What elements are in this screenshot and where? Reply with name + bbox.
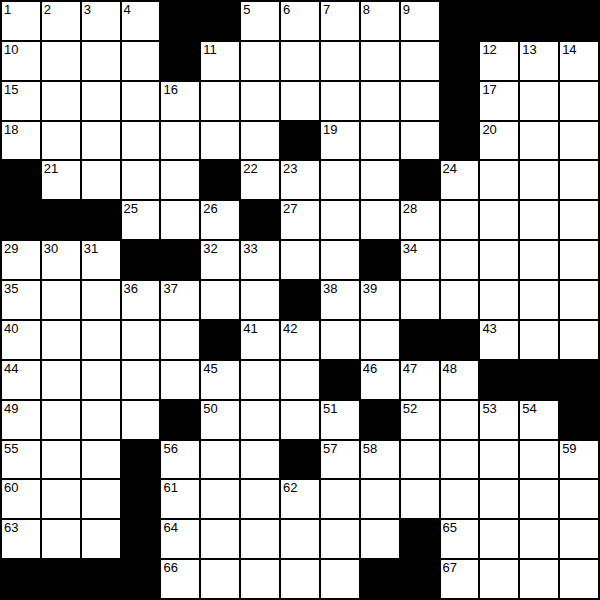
white-square[interactable]: 63 [2, 520, 40, 558]
white-square[interactable] [241, 281, 279, 319]
clue-number: 55 [4, 441, 18, 456]
white-square[interactable]: 67 [441, 560, 479, 598]
white-square[interactable]: 23 [281, 161, 319, 199]
black-square [281, 122, 319, 160]
clue-number: 30 [44, 241, 58, 256]
white-square[interactable] [441, 241, 479, 279]
white-square[interactable]: 8 [361, 2, 399, 40]
white-square[interactable]: 37 [161, 281, 199, 319]
white-square[interactable] [201, 520, 239, 558]
clue-number: 59 [562, 441, 576, 456]
white-square[interactable] [82, 42, 120, 80]
white-square[interactable] [560, 161, 598, 199]
clue-number: 43 [482, 321, 496, 336]
black-square [161, 241, 199, 279]
white-square[interactable]: 47 [401, 361, 439, 399]
white-square[interactable] [520, 520, 558, 558]
black-square [361, 241, 399, 279]
white-square[interactable] [520, 281, 558, 319]
white-square[interactable] [560, 321, 598, 359]
clue-number: 29 [4, 241, 18, 256]
white-square[interactable] [480, 241, 518, 279]
clue-number: 47 [403, 361, 417, 376]
clue-number: 7 [323, 2, 330, 17]
white-square[interactable]: 26 [201, 201, 239, 239]
white-square[interactable] [321, 82, 359, 120]
white-square[interactable] [122, 401, 160, 439]
black-square [520, 2, 558, 40]
white-square[interactable]: 31 [82, 241, 120, 279]
white-square[interactable] [122, 161, 160, 199]
white-square[interactable]: 21 [42, 161, 80, 199]
clue-number: 11 [203, 42, 217, 57]
white-square[interactable]: 45 [201, 361, 239, 399]
white-square[interactable]: 59 [560, 441, 598, 479]
clue-number: 46 [363, 361, 377, 376]
white-square[interactable] [480, 161, 518, 199]
white-square[interactable]: 17 [480, 82, 518, 120]
clue-number: 44 [4, 361, 18, 376]
clue-number: 33 [243, 241, 257, 256]
white-square[interactable] [480, 441, 518, 479]
white-square[interactable] [161, 122, 199, 160]
white-square[interactable] [201, 122, 239, 160]
white-square[interactable] [42, 321, 80, 359]
clue-number: 67 [443, 560, 457, 575]
white-square[interactable] [201, 281, 239, 319]
black-square [42, 560, 80, 598]
clue-number: 5 [243, 2, 250, 17]
white-square[interactable] [281, 82, 319, 120]
white-square[interactable] [241, 82, 279, 120]
clue-number: 57 [323, 441, 337, 456]
white-square[interactable] [42, 281, 80, 319]
white-square[interactable] [480, 480, 518, 518]
white-square[interactable] [560, 520, 598, 558]
white-square[interactable] [401, 281, 439, 319]
white-square[interactable] [361, 520, 399, 558]
clue-number: 41 [243, 321, 257, 336]
white-square[interactable] [161, 321, 199, 359]
white-square[interactable]: 22 [241, 161, 279, 199]
white-square[interactable] [560, 480, 598, 518]
white-square[interactable] [321, 560, 359, 598]
white-square[interactable]: 15 [2, 82, 40, 120]
clue-number: 52 [403, 401, 417, 416]
white-square[interactable] [241, 122, 279, 160]
white-square[interactable] [321, 321, 359, 359]
white-square[interactable] [42, 441, 80, 479]
white-square[interactable] [361, 201, 399, 239]
white-square[interactable] [281, 241, 319, 279]
white-square[interactable] [281, 520, 319, 558]
clue-number: 35 [4, 281, 18, 296]
white-square[interactable] [161, 361, 199, 399]
white-square[interactable] [480, 201, 518, 239]
clue-number: 37 [163, 281, 177, 296]
white-square[interactable] [82, 122, 120, 160]
crossword-puzzle: 1234567891011121314151617181920212223242… [0, 0, 600, 600]
white-square[interactable]: 18 [2, 122, 40, 160]
clue-number: 23 [283, 161, 297, 176]
white-square[interactable]: 61 [161, 480, 199, 518]
white-square[interactable]: 4 [122, 2, 160, 40]
black-square [441, 321, 479, 359]
white-square[interactable] [520, 82, 558, 120]
white-square[interactable] [321, 520, 359, 558]
black-square [361, 560, 399, 598]
black-square [441, 42, 479, 80]
clue-number: 12 [482, 42, 496, 57]
white-square[interactable] [441, 201, 479, 239]
white-square[interactable] [42, 520, 80, 558]
clue-number: 13 [522, 42, 536, 57]
clue-number: 25 [124, 201, 138, 216]
white-square[interactable] [560, 560, 598, 598]
black-square [441, 2, 479, 40]
clue-number: 54 [522, 401, 536, 416]
clue-number: 56 [163, 441, 177, 456]
white-square[interactable] [82, 82, 120, 120]
clue-number: 32 [203, 241, 217, 256]
white-square[interactable] [241, 560, 279, 598]
white-square[interactable] [281, 42, 319, 80]
white-square[interactable] [441, 401, 479, 439]
white-square[interactable] [401, 480, 439, 518]
clue-number: 38 [323, 281, 337, 296]
white-square[interactable] [520, 241, 558, 279]
white-square[interactable]: 54 [520, 401, 558, 439]
white-square[interactable]: 55 [2, 441, 40, 479]
clue-number: 14 [562, 42, 576, 57]
black-square [2, 161, 40, 199]
white-square[interactable]: 1 [2, 2, 40, 40]
white-square[interactable]: 5 [241, 2, 279, 40]
white-square[interactable]: 19 [321, 122, 359, 160]
white-square[interactable]: 33 [241, 241, 279, 279]
white-square[interactable]: 13 [520, 42, 558, 80]
white-square[interactable] [361, 42, 399, 80]
white-square[interactable] [321, 241, 359, 279]
clue-number: 27 [283, 201, 297, 216]
black-square [441, 82, 479, 120]
white-square[interactable]: 48 [441, 361, 479, 399]
white-square[interactable]: 64 [161, 520, 199, 558]
white-square[interactable] [321, 161, 359, 199]
black-square [281, 441, 319, 479]
black-square [480, 361, 518, 399]
clue-number: 4 [124, 2, 131, 17]
white-square[interactable] [321, 201, 359, 239]
white-square[interactable]: 53 [480, 401, 518, 439]
white-square[interactable] [520, 480, 558, 518]
clue-number: 19 [323, 122, 337, 137]
clue-number: 8 [363, 2, 370, 17]
black-square [321, 361, 359, 399]
white-square[interactable] [361, 480, 399, 518]
black-square [241, 201, 279, 239]
clue-number: 66 [163, 560, 177, 575]
white-square[interactable] [361, 82, 399, 120]
white-square[interactable] [122, 321, 160, 359]
white-square[interactable]: 52 [401, 401, 439, 439]
white-square[interactable] [241, 401, 279, 439]
white-square[interactable] [361, 161, 399, 199]
white-square[interactable] [560, 201, 598, 239]
white-square[interactable]: 10 [2, 42, 40, 80]
clue-number: 50 [203, 401, 217, 416]
black-square [122, 520, 160, 558]
clue-number: 61 [163, 480, 177, 495]
white-square[interactable] [161, 201, 199, 239]
black-square [201, 321, 239, 359]
black-square [161, 2, 199, 40]
black-square [42, 201, 80, 239]
black-square [441, 122, 479, 160]
clue-number: 40 [4, 321, 18, 336]
white-square[interactable]: 27 [281, 201, 319, 239]
black-square [401, 161, 439, 199]
black-square [560, 361, 598, 399]
white-square[interactable] [122, 42, 160, 80]
white-square[interactable]: 39 [361, 281, 399, 319]
clue-number: 45 [203, 361, 217, 376]
white-square[interactable] [42, 401, 80, 439]
clue-number: 31 [84, 241, 98, 256]
white-square[interactable] [281, 560, 319, 598]
clue-number: 64 [163, 520, 177, 535]
black-square [161, 401, 199, 439]
white-square[interactable] [82, 161, 120, 199]
clue-number: 53 [482, 401, 496, 416]
white-square[interactable]: 28 [401, 201, 439, 239]
crossword-grid: 1234567891011121314151617181920212223242… [0, 0, 600, 600]
black-square [122, 480, 160, 518]
clue-number: 21 [44, 161, 58, 176]
clue-number: 36 [124, 281, 138, 296]
white-square[interactable]: 57 [321, 441, 359, 479]
white-square[interactable] [122, 82, 160, 120]
clue-number: 39 [363, 281, 377, 296]
white-square[interactable] [520, 201, 558, 239]
white-square[interactable] [161, 161, 199, 199]
black-square [201, 161, 239, 199]
white-square[interactable]: 44 [2, 361, 40, 399]
white-square[interactable] [42, 480, 80, 518]
white-square[interactable]: 29 [2, 241, 40, 279]
white-square[interactable] [560, 241, 598, 279]
white-square[interactable] [560, 281, 598, 319]
white-square[interactable]: 24 [441, 161, 479, 199]
white-square[interactable]: 66 [161, 560, 199, 598]
black-square [401, 520, 439, 558]
black-square [161, 42, 199, 80]
white-square[interactable] [520, 122, 558, 160]
black-square [82, 201, 120, 239]
white-square[interactable]: 16 [161, 82, 199, 120]
white-square[interactable] [441, 281, 479, 319]
white-square[interactable] [82, 361, 120, 399]
clue-number: 20 [482, 122, 496, 137]
white-square[interactable] [122, 122, 160, 160]
white-square[interactable]: 40 [2, 321, 40, 359]
clue-number: 24 [443, 161, 457, 176]
white-square[interactable]: 9 [401, 2, 439, 40]
white-square[interactable] [361, 122, 399, 160]
white-square[interactable] [201, 560, 239, 598]
white-square[interactable] [82, 321, 120, 359]
black-square [2, 560, 40, 598]
black-square [401, 321, 439, 359]
clue-number: 15 [4, 82, 18, 97]
white-square[interactable] [520, 161, 558, 199]
white-square[interactable]: 30 [42, 241, 80, 279]
white-square[interactable]: 60 [2, 480, 40, 518]
clue-number: 6 [283, 2, 290, 17]
white-square[interactable] [560, 122, 598, 160]
white-square[interactable]: 6 [281, 2, 319, 40]
white-square[interactable] [241, 42, 279, 80]
clue-number: 34 [403, 241, 417, 256]
white-square[interactable] [82, 441, 120, 479]
white-square[interactable]: 14 [560, 42, 598, 80]
white-square[interactable]: 34 [401, 241, 439, 279]
black-square [122, 441, 160, 479]
white-square[interactable]: 58 [361, 441, 399, 479]
white-square[interactable] [42, 122, 80, 160]
white-square[interactable] [281, 361, 319, 399]
black-square [2, 201, 40, 239]
white-square[interactable] [82, 401, 120, 439]
white-square[interactable]: 43 [480, 321, 518, 359]
white-square[interactable]: 32 [201, 241, 239, 279]
white-square[interactable] [520, 321, 558, 359]
white-square[interactable] [241, 480, 279, 518]
white-square[interactable] [201, 480, 239, 518]
clue-number: 2 [44, 2, 51, 17]
white-square[interactable]: 3 [82, 2, 120, 40]
black-square [560, 2, 598, 40]
white-square[interactable]: 51 [321, 401, 359, 439]
white-square[interactable]: 41 [241, 321, 279, 359]
clue-number: 18 [4, 122, 18, 137]
black-square [401, 560, 439, 598]
white-square[interactable] [281, 401, 319, 439]
clue-number: 10 [4, 42, 18, 57]
clue-number: 62 [283, 480, 297, 495]
white-square[interactable]: 65 [441, 520, 479, 558]
white-square[interactable] [480, 520, 518, 558]
white-square[interactable] [122, 361, 160, 399]
black-square [82, 560, 120, 598]
white-square[interactable] [321, 480, 359, 518]
white-square[interactable] [201, 82, 239, 120]
clue-number: 1 [4, 2, 11, 17]
white-square[interactable] [321, 42, 359, 80]
white-square[interactable] [241, 361, 279, 399]
white-square[interactable]: 46 [361, 361, 399, 399]
clue-number: 3 [84, 2, 91, 17]
black-square [122, 241, 160, 279]
white-square[interactable]: 7 [321, 2, 359, 40]
white-square[interactable] [520, 560, 558, 598]
clue-number: 48 [443, 361, 457, 376]
clue-number: 28 [403, 201, 417, 216]
white-square[interactable]: 12 [480, 42, 518, 80]
clue-number: 42 [283, 321, 297, 336]
white-square[interactable]: 2 [42, 2, 80, 40]
white-square[interactable]: 25 [122, 201, 160, 239]
white-square[interactable] [241, 520, 279, 558]
white-square[interactable]: 50 [201, 401, 239, 439]
black-square [520, 361, 558, 399]
clue-number: 9 [403, 2, 410, 17]
white-square[interactable] [560, 82, 598, 120]
clue-number: 63 [4, 520, 18, 535]
white-square[interactable] [401, 122, 439, 160]
black-square [480, 2, 518, 40]
white-square[interactable]: 38 [321, 281, 359, 319]
white-square[interactable] [441, 480, 479, 518]
black-square [201, 2, 239, 40]
clue-number: 16 [163, 82, 177, 97]
white-square[interactable]: 20 [480, 122, 518, 160]
white-square[interactable] [520, 441, 558, 479]
white-square[interactable] [42, 361, 80, 399]
white-square[interactable]: 35 [2, 281, 40, 319]
white-square[interactable] [401, 82, 439, 120]
white-square[interactable] [42, 82, 80, 120]
white-square[interactable]: 62 [281, 480, 319, 518]
clue-number: 26 [203, 201, 217, 216]
white-square[interactable] [241, 441, 279, 479]
black-square [361, 401, 399, 439]
black-square [560, 401, 598, 439]
black-square [281, 281, 319, 319]
white-square[interactable] [42, 42, 80, 80]
white-square[interactable] [480, 281, 518, 319]
white-square[interactable]: 49 [2, 401, 40, 439]
clue-number: 65 [443, 520, 457, 535]
white-square[interactable]: 11 [201, 42, 239, 80]
white-square[interactable] [441, 441, 479, 479]
white-square[interactable]: 56 [161, 441, 199, 479]
white-square[interactable] [401, 441, 439, 479]
white-square[interactable] [82, 520, 120, 558]
clue-number: 22 [243, 161, 257, 176]
clue-number: 60 [4, 480, 18, 495]
clue-number: 58 [363, 441, 377, 456]
white-square[interactable] [401, 42, 439, 80]
white-square[interactable]: 42 [281, 321, 319, 359]
black-square [122, 560, 160, 598]
white-square[interactable] [201, 441, 239, 479]
clue-number: 51 [323, 401, 337, 416]
white-square[interactable]: 36 [122, 281, 160, 319]
white-square[interactable] [82, 480, 120, 518]
clue-number: 49 [4, 401, 18, 416]
clue-number: 17 [482, 82, 496, 97]
white-square[interactable] [361, 321, 399, 359]
white-square[interactable] [82, 281, 120, 319]
white-square[interactable] [480, 560, 518, 598]
